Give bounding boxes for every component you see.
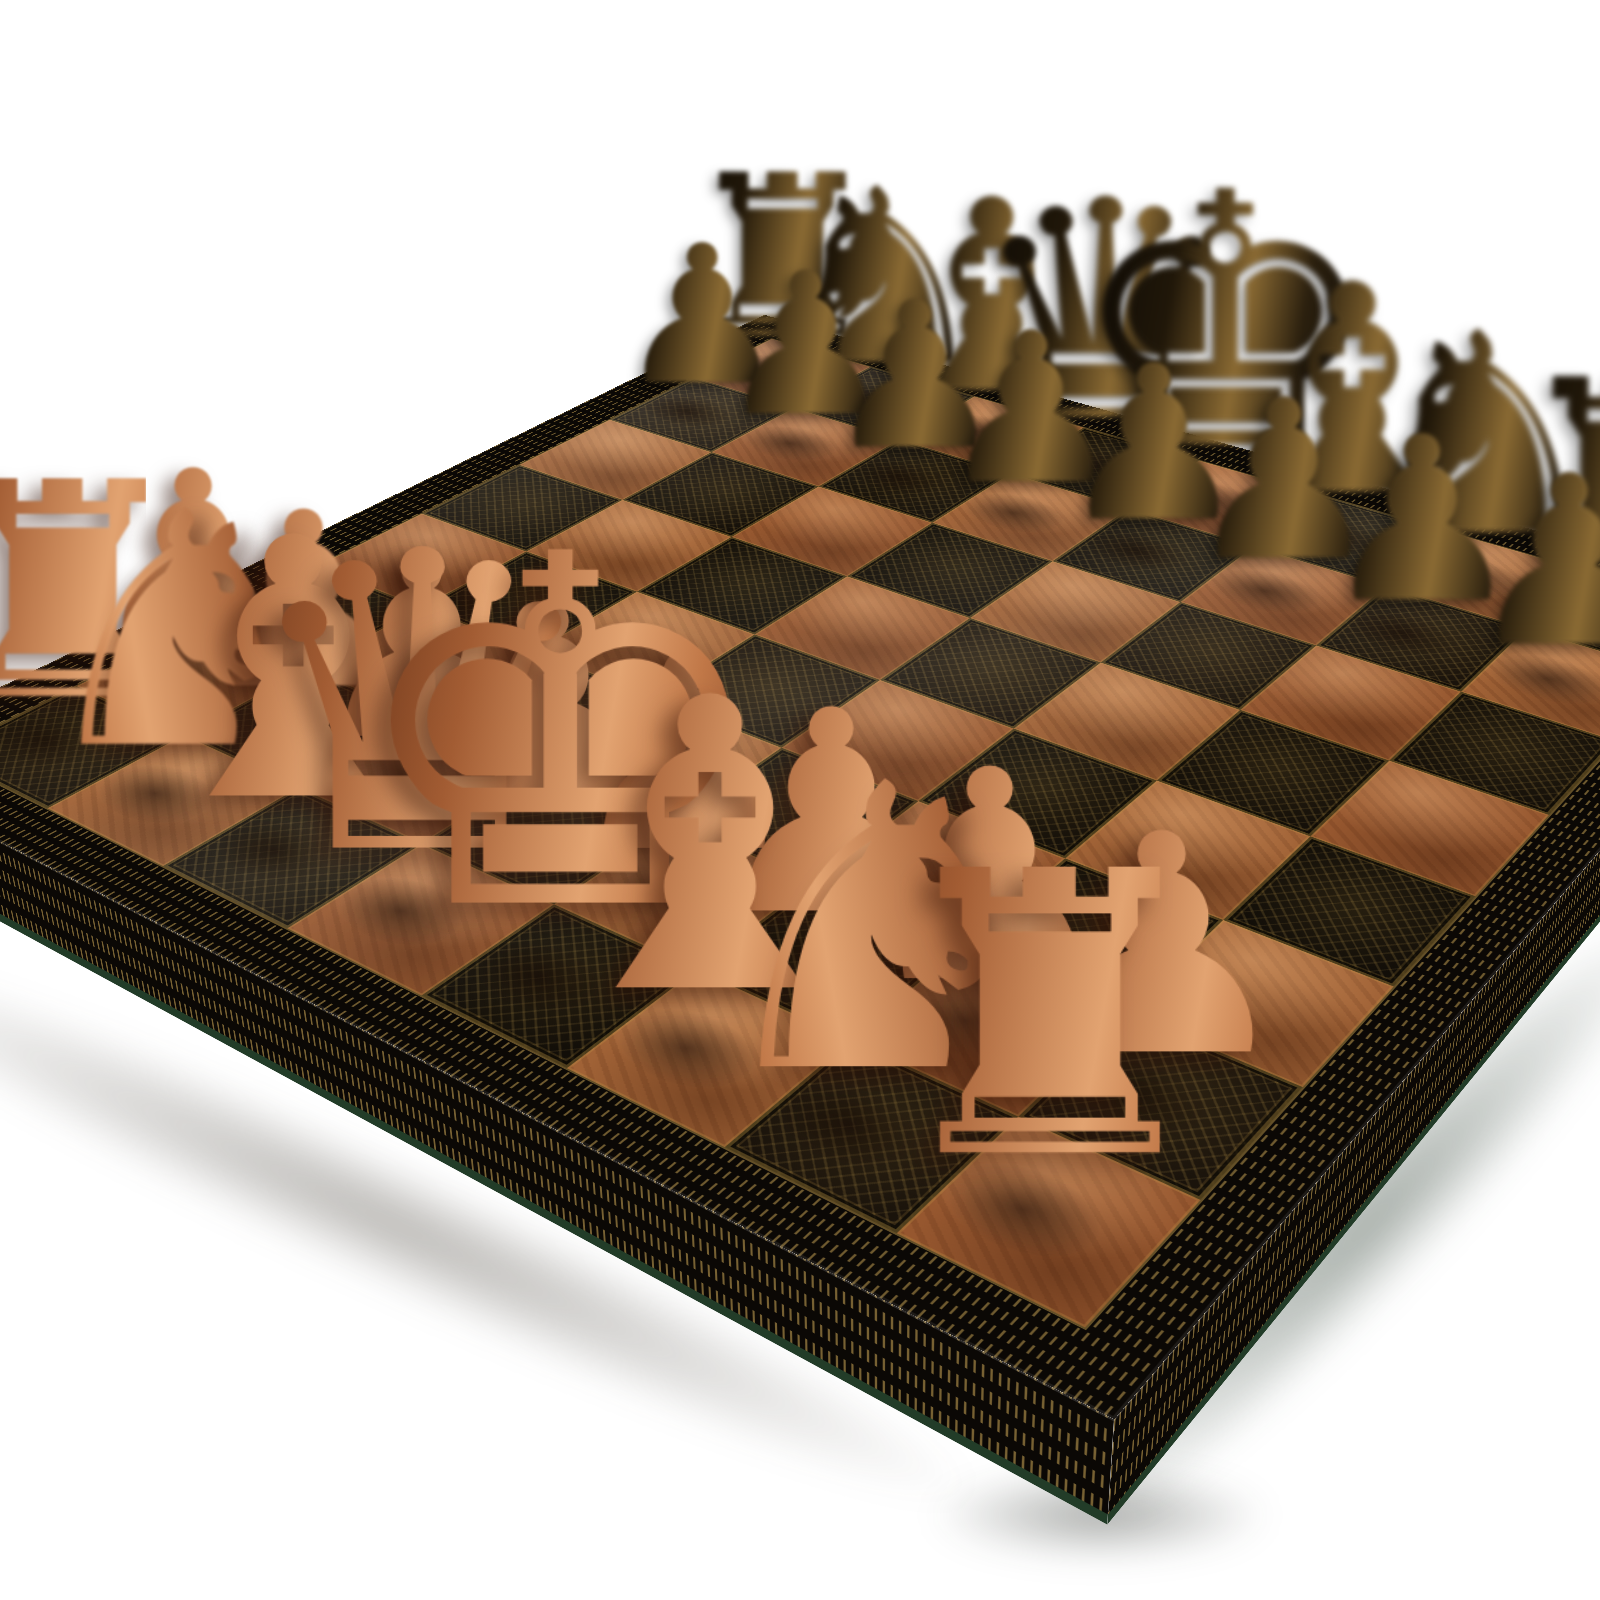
piece-white-rook[interactable]: ♜	[897, 1117, 1201, 1328]
chess-board: ♜♞♝♛♚♝♞♜♟♟♟♟♟♟♟♟♟♟♟♟♟♟♟♟♜♞♝♛♚♝♞♜	[0, 315, 1600, 1419]
white-rook-glyph: ♜	[762, 826, 1338, 1217]
product-photo: ♜♞♝♛♚♝♞♜♟♟♟♟♟♟♟♟♟♟♟♟♟♟♟♟♜♞♝♛♚♝♞♜	[0, 0, 1600, 1600]
piece-black-pawn[interactable]: ♟	[1461, 629, 1600, 741]
black-pawn-glyph: ♟	[1359, 447, 1600, 682]
